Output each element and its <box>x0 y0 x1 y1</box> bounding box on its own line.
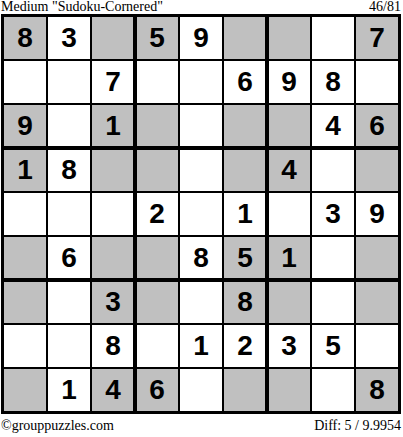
cell-r7c6[interactable]: 8 <box>224 281 266 323</box>
cell-r9c4[interactable]: 6 <box>136 369 178 411</box>
cell-r8c9[interactable] <box>356 325 398 367</box>
cell-r8c2[interactable] <box>48 325 90 367</box>
box-border-vertical-1 <box>133 17 137 411</box>
cell-r6c5[interactable]: 8 <box>180 237 222 279</box>
cell-r6c2[interactable]: 6 <box>48 237 90 279</box>
cell-r7c9[interactable] <box>356 281 398 323</box>
cell-r3c1[interactable]: 9 <box>4 105 46 147</box>
cell-r4c1[interactable]: 1 <box>4 149 46 191</box>
cell-r5c8[interactable]: 3 <box>312 193 354 235</box>
cell-r2c2[interactable] <box>48 61 90 103</box>
cell-r3c7[interactable] <box>268 105 310 147</box>
cell-r1c7[interactable] <box>268 17 310 59</box>
cell-r5c5[interactable] <box>180 193 222 235</box>
cell-r4c6[interactable] <box>224 149 266 191</box>
cell-r6c3[interactable] <box>92 237 134 279</box>
cell-r1c4[interactable]: 5 <box>136 17 178 59</box>
cell-r6c9[interactable] <box>356 237 398 279</box>
cell-r7c5[interactable] <box>180 281 222 323</box>
cell-r5c6[interactable]: 1 <box>224 193 266 235</box>
cell-r4c7[interactable]: 4 <box>268 149 310 191</box>
cell-r2c8[interactable]: 8 <box>312 61 354 103</box>
cell-r2c4[interactable] <box>136 61 178 103</box>
cell-r9c2[interactable]: 1 <box>48 369 90 411</box>
cell-r5c9[interactable]: 9 <box>356 193 398 235</box>
cell-r3c4[interactable] <box>136 105 178 147</box>
cell-r1c8[interactable] <box>312 17 354 59</box>
box-border-horizontal-1 <box>4 146 398 150</box>
cell-r1c5[interactable]: 9 <box>180 17 222 59</box>
cell-r3c8[interactable]: 4 <box>312 105 354 147</box>
cell-r5c4[interactable]: 2 <box>136 193 178 235</box>
cell-r5c1[interactable] <box>4 193 46 235</box>
cell-r1c6[interactable] <box>224 17 266 59</box>
cell-r8c3[interactable]: 8 <box>92 325 134 367</box>
cell-r2c7[interactable]: 9 <box>268 61 310 103</box>
cell-r5c7[interactable] <box>268 193 310 235</box>
cell-r9c8[interactable] <box>312 369 354 411</box>
cell-r3c6[interactable] <box>224 105 266 147</box>
cell-r2c6[interactable]: 6 <box>224 61 266 103</box>
cell-r6c8[interactable] <box>312 237 354 279</box>
cell-r9c9[interactable]: 8 <box>356 369 398 411</box>
copyright-text: ©grouppuzzles.com <box>1 419 114 433</box>
header: Medium "Sudoku-Cornered" 46/81 <box>1 0 401 13</box>
cell-r6c6[interactable]: 5 <box>224 237 266 279</box>
box-border-vertical-2 <box>265 17 269 411</box>
cell-r9c5[interactable] <box>180 369 222 411</box>
cell-r1c1[interactable]: 8 <box>4 17 46 59</box>
cell-r2c5[interactable] <box>180 61 222 103</box>
cell-r8c7[interactable]: 3 <box>268 325 310 367</box>
cell-r4c4[interactable] <box>136 149 178 191</box>
cell-r3c3[interactable]: 1 <box>92 105 134 147</box>
cell-r9c1[interactable] <box>4 369 46 411</box>
cell-r6c7[interactable]: 1 <box>268 237 310 279</box>
cell-r1c9[interactable]: 7 <box>356 17 398 59</box>
cell-r7c1[interactable] <box>4 281 46 323</box>
cell-r8c5[interactable]: 1 <box>180 325 222 367</box>
cell-r7c8[interactable] <box>312 281 354 323</box>
cell-r8c1[interactable] <box>4 325 46 367</box>
cell-r4c2[interactable]: 8 <box>48 149 90 191</box>
box-border-horizontal-2 <box>4 278 398 282</box>
difficulty-text: Diff: 5 / 9.9954 <box>314 419 401 433</box>
cell-r2c3[interactable]: 7 <box>92 61 134 103</box>
remaining-counter: 46/81 <box>369 0 401 13</box>
cell-r5c2[interactable] <box>48 193 90 235</box>
cell-r8c8[interactable]: 5 <box>312 325 354 367</box>
cell-r3c2[interactable] <box>48 105 90 147</box>
cell-r4c9[interactable] <box>356 149 398 191</box>
cell-r2c9[interactable] <box>356 61 398 103</box>
cell-r1c2[interactable]: 3 <box>48 17 90 59</box>
cell-r3c5[interactable] <box>180 105 222 147</box>
cell-r9c6[interactable] <box>224 369 266 411</box>
cell-r8c6[interactable]: 2 <box>224 325 266 367</box>
cell-r9c3[interactable]: 4 <box>92 369 134 411</box>
cell-r8c4[interactable] <box>136 325 178 367</box>
cell-r4c5[interactable] <box>180 149 222 191</box>
sudoku-grid: 83597769891461842139685138812351468 <box>1 14 401 414</box>
cell-r7c3[interactable]: 3 <box>92 281 134 323</box>
cell-r5c3[interactable] <box>92 193 134 235</box>
cell-r7c4[interactable] <box>136 281 178 323</box>
cell-r9c7[interactable] <box>268 369 310 411</box>
cell-r6c1[interactable] <box>4 237 46 279</box>
sudoku-page: Medium "Sudoku-Cornered" 46/81 835977698… <box>0 0 403 437</box>
cell-r1c3[interactable] <box>92 17 134 59</box>
page-title: Medium "Sudoku-Cornered" <box>1 0 163 13</box>
cell-r4c8[interactable] <box>312 149 354 191</box>
footer: ©grouppuzzles.com Diff: 5 / 9.9954 <box>1 419 401 433</box>
cell-r2c1[interactable] <box>4 61 46 103</box>
cell-r3c9[interactable]: 6 <box>356 105 398 147</box>
cell-r6c4[interactable] <box>136 237 178 279</box>
cell-r7c7[interactable] <box>268 281 310 323</box>
cell-r7c2[interactable] <box>48 281 90 323</box>
cell-r4c3[interactable] <box>92 149 134 191</box>
